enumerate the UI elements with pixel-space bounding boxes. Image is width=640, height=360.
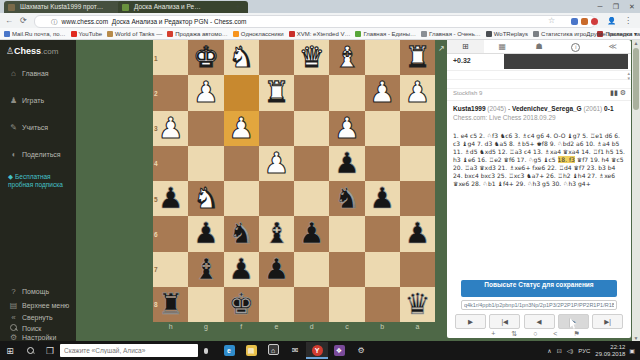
taskbar-search-icon[interactable]: [20, 346, 40, 356]
square-e6[interactable]: ♝: [259, 216, 294, 251]
file-label: a: [400, 323, 435, 332]
square-g2[interactable]: ♟: [188, 75, 223, 110]
square-e8[interactable]: [259, 287, 294, 322]
bookmark-item[interactable]: XVM: eXtended V…: [289, 31, 351, 37]
sidebar-item-learn[interactable]: ✎Учиться: [8, 122, 48, 133]
square-b8[interactable]: [365, 287, 400, 322]
tab-favicon: [8, 4, 15, 11]
square-b4[interactable]: [365, 146, 400, 181]
piece-black-rook[interactable]: ♜: [153, 287, 188, 322]
profile-icon[interactable]: 👤: [607, 15, 616, 26]
info-icon: i: [571, 43, 580, 52]
tab-analysis[interactable]: ⊞: [447, 40, 484, 53]
piece-black-bishop[interactable]: ♝: [259, 216, 294, 251]
black-player: Vedenichev_Serega_G: [512, 105, 582, 112]
square-f7[interactable]: ♟: [224, 252, 259, 287]
square-h4[interactable]: 4: [153, 146, 188, 181]
square-h3[interactable]: ♟3: [153, 111, 188, 146]
rank-label: 5: [154, 195, 158, 202]
menu-dots-icon[interactable]: ⋮: [624, 15, 632, 26]
bookmark-item[interactable]: Продажа автомо…: [167, 31, 228, 37]
upgrade-button[interactable]: Повысьте Статус для сохранения: [461, 280, 617, 297]
file-label: c: [329, 323, 364, 332]
previous-move-button[interactable]: ◀: [524, 314, 555, 329]
diamond-icon: ◆: [8, 173, 13, 180]
square-d5[interactable]: [294, 181, 329, 216]
rank-label: 3: [154, 125, 158, 132]
piece-white-pawn[interactable]: ♟: [365, 75, 400, 110]
file-labels: hgfedcba: [153, 323, 435, 332]
tab-info[interactable]: i: [557, 40, 594, 53]
square-h1[interactable]: 1: [153, 40, 188, 75]
piece-black-pawn[interactable]: ♟: [188, 216, 223, 251]
engine-output-box: [504, 54, 628, 69]
bookmark-favicon: [533, 31, 539, 37]
square-c7[interactable]: [329, 252, 364, 287]
square-a4[interactable]: [400, 146, 435, 181]
mail-icon[interactable]: ✉: [284, 342, 306, 359]
piece-black-pawn[interactable]: ♟: [329, 146, 364, 181]
square-e4[interactable]: ♟: [259, 146, 294, 181]
square-f4[interactable]: [224, 146, 259, 181]
engine-line[interactable]: [447, 71, 631, 80]
collapse-icon: «: [8, 313, 19, 322]
square-a2[interactable]: ♟: [400, 75, 435, 110]
piece-black-pawn[interactable]: ♟: [400, 216, 435, 251]
share-icon: ◖: [8, 150, 19, 159]
square-c6[interactable]: [329, 216, 364, 251]
browser-tab-2-active[interactable]: Доска Анализа и Ре…: [118, 1, 248, 13]
rank-label: 1: [154, 54, 158, 61]
chess-board[interactable]: 1♚♞♛♝♜2♟♜♟♟♟3♟♟4♟♟♟5♞♞♟6♟♞♝♟♟7♝♟♟♜8♚♛: [153, 40, 435, 322]
tab-title: Шахматы Kusta1999 прот…: [20, 3, 103, 10]
file-label: h: [153, 323, 188, 332]
rank-label: 4: [154, 160, 158, 167]
black-rating: (2061): [584, 105, 603, 112]
square-f8[interactable]: ♚: [224, 287, 259, 322]
piece-white-king[interactable]: ♚: [188, 40, 223, 75]
page-title: Доска Анализа и Редактор PGN - Chess.com: [112, 18, 247, 25]
square-c3[interactable]: ♟: [329, 111, 364, 146]
file-label: b: [365, 323, 400, 332]
extension-icon[interactable]: [591, 18, 598, 25]
home-icon: ⌂: [8, 69, 19, 78]
rank-label: 7: [154, 266, 158, 273]
square-b1[interactable]: [365, 40, 400, 75]
square-f2[interactable]: [224, 75, 259, 110]
piece-black-bishop[interactable]: ♝: [188, 252, 223, 287]
square-a6[interactable]: ♟: [400, 216, 435, 251]
piece-white-bishop[interactable]: ♝: [329, 40, 364, 75]
volume-icon[interactable]: ◁): [567, 347, 574, 354]
square-d8[interactable]: [294, 287, 329, 322]
time: 22:12: [595, 344, 625, 351]
playback-controls: ▶ |◀ ◀ ▶ ▶|: [455, 314, 623, 328]
date: 29.09.2018: [595, 351, 625, 358]
square-h6[interactable]: 6: [153, 216, 188, 251]
file-label: e: [259, 323, 294, 332]
file-explorer-icon[interactable]: ▤: [240, 342, 262, 359]
current-move[interactable]: 18. f3: [558, 156, 575, 163]
panel-tabs: ⊞ ▦ ☗ i ≪: [447, 40, 631, 54]
piece-black-pawn[interactable]: ♟: [224, 252, 259, 287]
square-g6[interactable]: ♟: [188, 216, 223, 251]
piece-white-knight[interactable]: ♞: [188, 181, 223, 216]
bookmark-item[interactable]: World of Tanks —: [107, 31, 162, 37]
square-b5[interactable]: ♟: [365, 181, 400, 216]
bookmark-favicon: [233, 31, 239, 37]
last-move-button[interactable]: ▶|: [592, 314, 623, 329]
new-tab-button[interactable]: +: [232, 2, 244, 12]
start-button[interactable]: ⊞: [0, 346, 20, 356]
square-b2[interactable]: ♟: [365, 75, 400, 110]
bookmark-item[interactable]: Главная - Очень…: [421, 31, 481, 37]
free-trial-link[interactable]: ◆Бесплатная пробная подписка: [8, 173, 70, 189]
square-h5[interactable]: ♟5: [153, 181, 188, 216]
scroll-up-arrow[interactable]: ▲: [632, 40, 640, 46]
rank-label: 6: [154, 230, 158, 237]
tab-learn[interactable]: ☗: [521, 40, 558, 53]
square-d2[interactable]: [294, 75, 329, 110]
bookmark-item[interactable]: Одноклассники: [233, 31, 284, 37]
address-bar-row: ← ⟳ ⓘwww.chess.com Доска Анализа и Редак…: [0, 13, 640, 29]
evaluation-score: +0.32: [453, 57, 471, 64]
engine-settings-icon[interactable]: ⚙: [620, 89, 626, 96]
square-f1[interactable]: ♞: [224, 40, 259, 75]
browser-tab-1[interactable]: Шахматы Kusta1999 прот…: [4, 1, 134, 13]
bookmark-favicon: [71, 31, 77, 37]
square-a3[interactable]: [400, 111, 435, 146]
bookmark-item[interactable]: WoTReplays: [486, 31, 528, 37]
white-player: Kusta1999: [453, 105, 486, 112]
taskbar-clock[interactable]: 22:12 29.09.2018: [595, 344, 625, 358]
square-c5[interactable]: ♞: [329, 181, 364, 216]
square-e3[interactable]: [259, 111, 294, 146]
bookmark-item[interactable]: Mail.Ru почта, по…: [4, 31, 66, 37]
file-label: d: [294, 323, 329, 332]
square-d6[interactable]: ♟: [294, 216, 329, 251]
edge-icon[interactable]: e: [218, 342, 240, 359]
piece-black-knight[interactable]: ♞: [329, 181, 364, 216]
chesscom-page: ♙Chess.com ⌂Главная ♟Играть ✎Учиться ◖По…: [0, 40, 640, 341]
help-icon: ?: [8, 287, 19, 296]
scrollbar-thumb[interactable]: [633, 48, 639, 110]
white-rating: (2045): [487, 105, 506, 112]
sidebar-item-home[interactable]: ⌂Главная: [8, 68, 49, 79]
desktop: Шахматы Kusta1999 прот… Доска Анализа и …: [0, 0, 640, 360]
engine-lines: ▴▾: [447, 70, 631, 89]
square-g5[interactable]: ♞: [188, 181, 223, 216]
bookmark-favicon: [355, 31, 361, 37]
bookmark-favicon: [107, 31, 113, 37]
network-icon[interactable]: ⊡: [557, 347, 562, 354]
other-bookmarks-button[interactable]: Другие закладки ▾: [586, 30, 637, 37]
maximize-button[interactable]: ❐: [608, 0, 624, 13]
system-tray: ∧ ⊡ ◁) РУС 22:12 29.09.2018 ▣: [547, 344, 640, 358]
piece-white-pawn[interactable]: ♟: [153, 111, 188, 146]
square-f3[interactable]: ♟: [224, 111, 259, 146]
minimize-button[interactable]: ─: [592, 0, 608, 13]
square-d7[interactable]: [294, 252, 329, 287]
square-h2[interactable]: 2: [153, 75, 188, 110]
omnibox[interactable]: ⓘwww.chess.com Доска Анализа и Редактор …: [34, 15, 596, 28]
url-text: www.chess.com: [62, 18, 109, 25]
chesscom-logo[interactable]: ♙Chess.com: [6, 46, 58, 56]
logo-pawn-icon: ♙: [6, 46, 14, 56]
photos-icon[interactable]: ❖: [328, 342, 350, 359]
taskbar: ⊞ ❐ e ▤ ⌂ ✉ Y ❖ ⚙ ∧ ⊡ ◁) РУС 22:12 29.09…: [0, 341, 640, 360]
panel-bottom-icons[interactable]: + ⇅ ○ < ⚑: [447, 330, 631, 338]
square-g7[interactable]: ♝: [188, 252, 223, 287]
bookmark-star-icon[interactable]: ☆: [548, 15, 555, 26]
microphone-icon[interactable]: [204, 348, 208, 354]
play-button[interactable]: ▶: [455, 314, 486, 329]
square-a7[interactable]: [400, 252, 435, 287]
next-move-button[interactable]: ▶: [558, 314, 589, 329]
piece-white-pawn[interactable]: ♟: [329, 111, 364, 146]
analysis-panel: ⊞ ▦ ☗ i ≪ +0.32 ▴▾ Stockfish 9 ▮▮ ⚙ Kust…: [447, 40, 631, 338]
piece-black-queen[interactable]: ♛: [400, 287, 435, 322]
piece-white-pawn[interactable]: ♟: [400, 75, 435, 110]
sidebar-item-share[interactable]: ◖Поделиться: [8, 149, 61, 160]
square-e2[interactable]: ♜: [259, 75, 294, 110]
tab-title: Доска Анализа и Ре…: [134, 3, 201, 10]
hidden-icons-arrow[interactable]: ∧: [547, 347, 551, 354]
piece-black-pawn[interactable]: ♟: [153, 181, 188, 216]
extension-icon[interactable]: [571, 18, 578, 25]
page-info-icon[interactable]: ⓘ: [51, 18, 58, 25]
lines-scroll-arrows[interactable]: ▴▾: [627, 71, 630, 81]
piece-black-pawn[interactable]: ♟: [365, 181, 400, 216]
expand-board-icon[interactable]: ↗: [438, 44, 445, 53]
square-d3[interactable]: [294, 111, 329, 146]
close-button[interactable]: ✕: [624, 0, 640, 13]
bookmark-item[interactable]: Статистика игро…: [533, 31, 592, 37]
square-d1[interactable]: ♛: [294, 40, 329, 75]
file-label: g: [188, 323, 223, 332]
piece-white-knight[interactable]: ♞: [224, 40, 259, 75]
sidebar-item-play[interactable]: ♟Играть: [8, 95, 44, 106]
play-icon: ♟: [8, 96, 19, 105]
extension-icon[interactable]: [581, 18, 588, 25]
square-a1[interactable]: ♜: [400, 40, 435, 75]
square-a5[interactable]: [400, 181, 435, 216]
piece-white-pawn[interactable]: ♟: [224, 111, 259, 146]
fen-input[interactable]: [461, 300, 617, 310]
square-c8[interactable]: [329, 287, 364, 322]
game-result: 0-1: [604, 105, 613, 112]
sidebar-item-collapse[interactable]: «Свернуть: [8, 312, 53, 323]
square-e5[interactable]: [259, 181, 294, 216]
tab-share[interactable]: ≪: [594, 40, 631, 53]
bookmark-item[interactable]: Главная - Едины…: [355, 31, 416, 37]
game-header: Kusta1999 (2045) - Vedenichev_Serega_G (…: [453, 104, 625, 122]
square-g1[interactable]: ♚: [188, 40, 223, 75]
sidebar: ♙Chess.com ⌂Главная ♟Играть ✎Учиться ◖По…: [0, 40, 76, 341]
first-move-button[interactable]: |◀: [489, 314, 520, 329]
square-d4[interactable]: [294, 146, 329, 181]
piece-black-knight[interactable]: ♞: [224, 216, 259, 251]
back-icon[interactable]: ←: [5, 15, 13, 26]
bookmark-item[interactable]: YouTube: [71, 31, 103, 37]
game-event: Chess.com: Live Chess 2018.09.29: [453, 114, 556, 121]
rank-label: 8: [154, 301, 158, 308]
learn-icon: ✎: [8, 123, 19, 132]
square-c2[interactable]: [329, 75, 364, 110]
square-c1[interactable]: ♝: [329, 40, 364, 75]
piece-white-pawn[interactable]: ♟: [259, 146, 294, 181]
square-g3[interactable]: [188, 111, 223, 146]
square-c4[interactable]: ♟: [329, 146, 364, 181]
piece-black-pawn[interactable]: ♟: [294, 216, 329, 251]
square-b7[interactable]: [365, 252, 400, 287]
square-h7[interactable]: 7: [153, 252, 188, 287]
settings-icon[interactable]: ⚙: [350, 342, 372, 359]
square-a8[interactable]: ♛: [400, 287, 435, 322]
square-f6[interactable]: ♞: [224, 216, 259, 251]
action-center-icon[interactable]: ▣: [629, 347, 635, 354]
square-b3[interactable]: [365, 111, 400, 146]
piece-white-rook[interactable]: ♜: [400, 40, 435, 75]
refresh-icon[interactable]: ⟳: [20, 15, 27, 26]
piece-white-queen[interactable]: ♛: [294, 40, 329, 75]
pause-engine-icon[interactable]: ▮▮: [610, 89, 618, 96]
square-f5[interactable]: [224, 181, 259, 216]
page-scrollbar[interactable]: ▲ ▼: [632, 40, 640, 341]
menu-icon: ▤: [8, 301, 19, 310]
square-b6[interactable]: [365, 216, 400, 251]
sidebar-item-help[interactable]: ?Помощь: [8, 286, 49, 297]
square-e1[interactable]: [259, 40, 294, 75]
tab-favicon: [122, 4, 129, 11]
square-h8[interactable]: ♜8: [153, 287, 188, 322]
bookmark-favicon: [421, 31, 427, 37]
browser-tab-strip: Шахматы Kusta1999 прот… Доска Анализа и …: [0, 0, 640, 13]
evaluation-row: +0.32: [447, 53, 631, 70]
store-icon[interactable]: ⌂: [262, 342, 284, 359]
bookmarks-bar: Mail.Ru почта, по…YouTubeWorld of Tanks …: [0, 28, 640, 40]
task-view-icon[interactable]: ❐: [40, 346, 60, 356]
bookmark-favicon: [4, 31, 10, 37]
piece-white-rook[interactable]: ♜: [259, 75, 294, 110]
rank-label: 2: [154, 89, 158, 96]
bookmark-favicon: [486, 31, 492, 37]
language-indicator[interactable]: РУС: [578, 348, 590, 354]
square-g8[interactable]: [188, 287, 223, 322]
square-g4[interactable]: [188, 146, 223, 181]
piece-black-pawn[interactable]: ♟: [259, 252, 294, 287]
engine-name: Stockfish 9: [453, 90, 482, 96]
yandex-browser-icon[interactable]: Y: [306, 342, 328, 359]
engine-row: Stockfish 9 ▮▮ ⚙: [447, 88, 631, 101]
sidebar-item-top-menu[interactable]: ▤Верхнее меню: [8, 300, 69, 311]
square-e7[interactable]: ♟: [259, 252, 294, 287]
bookmark-favicon: [167, 31, 173, 37]
assistant-search-input[interactable]: [60, 344, 198, 357]
file-label: f: [224, 323, 259, 332]
tab-board-editor[interactable]: ▦: [484, 40, 521, 53]
bookmark-favicon: [289, 31, 295, 37]
piece-black-king[interactable]: ♚: [224, 287, 259, 322]
piece-white-pawn[interactable]: ♟: [188, 75, 223, 110]
move-list[interactable]: 1. e4 c5 2. ♘f3 ♞c6 3. ♗c4 g6 4. O-O ♝g7…: [453, 132, 625, 188]
